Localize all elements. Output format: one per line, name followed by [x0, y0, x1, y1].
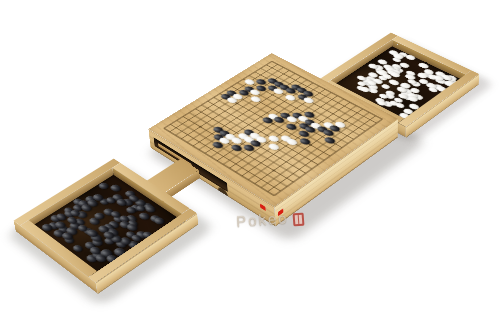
black-stone [229, 144, 243, 153]
watermark-text: Pokeo [235, 209, 289, 230]
watermark: Pokeo [236, 211, 304, 228]
white-stone [266, 142, 280, 151]
white-stone [266, 135, 280, 143]
white-stone [243, 78, 256, 85]
white-stone [302, 97, 315, 105]
black-stone [322, 136, 336, 145]
black-stone [284, 123, 298, 131]
white-stone [285, 138, 299, 147]
watermark-seal-icon [292, 213, 304, 227]
white-stone [284, 94, 297, 102]
white-stone [248, 95, 261, 103]
go-set-product-photo: Pokeo [0, 0, 500, 330]
black-stone [297, 137, 311, 146]
black-stone [254, 78, 267, 85]
